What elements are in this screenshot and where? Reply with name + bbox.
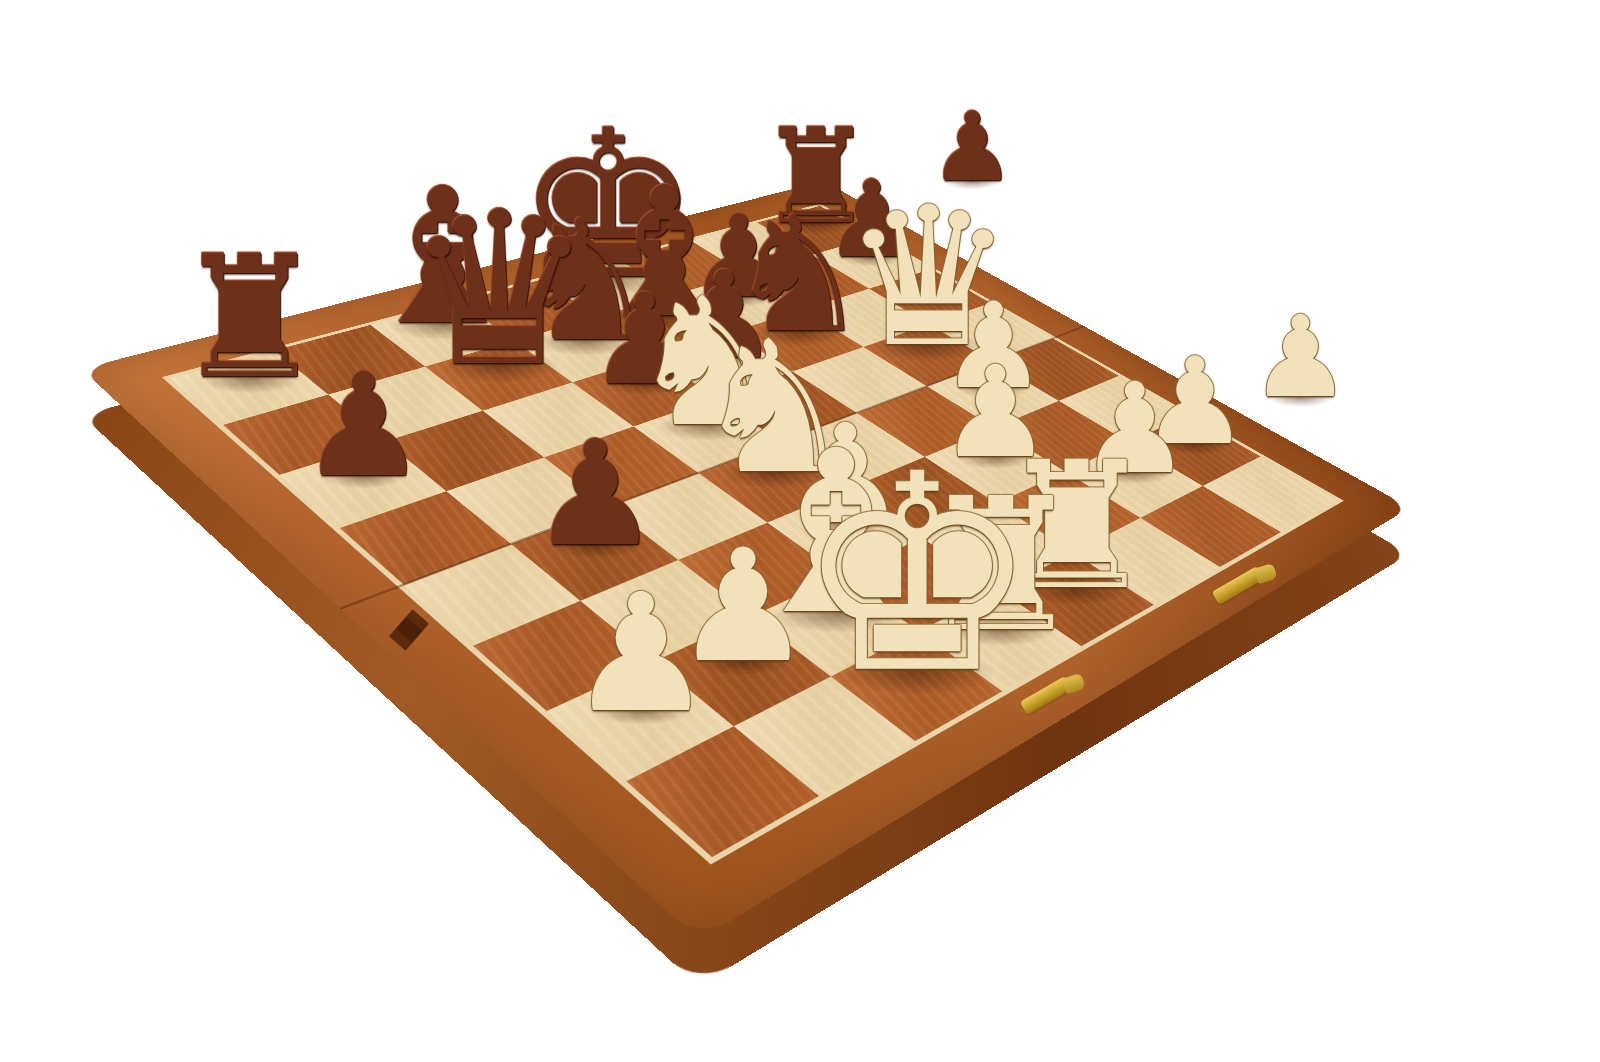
- chess-photo-scene: ♜♝♚♜♛♞♝♟♟♟♟♟♞♟♞♛♞♟♟♟♟♟♝♟♟♚♜♜♟♟: [0, 0, 1600, 1062]
- piece-black-pawn-b4[interactable]: ♟: [530, 421, 660, 566]
- piece-white-pawn-a2[interactable]: ♟: [568, 572, 714, 735]
- piece-white-king-c1[interactable]: ♚: [795, 439, 1039, 711]
- piece-white-pawn-captured[interactable]: ♟: [1250, 301, 1351, 414]
- piece-black-queen-c7[interactable]: ♛: [404, 184, 594, 396]
- piece-black-pawn-a6[interactable]: ♟: [300, 355, 428, 498]
